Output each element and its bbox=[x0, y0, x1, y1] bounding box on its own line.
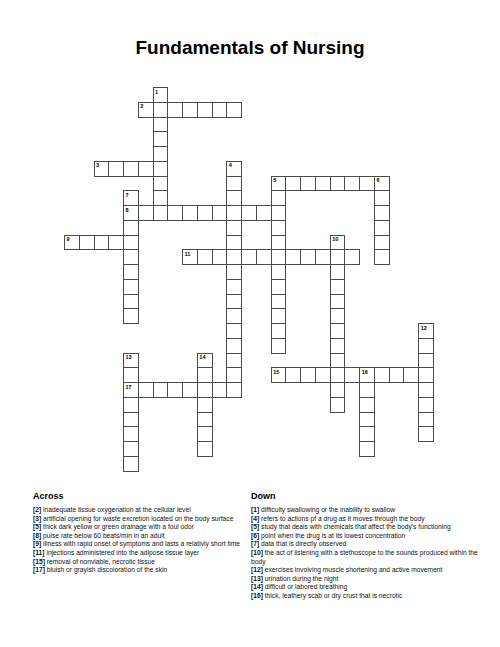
grid-cell-r11c16[interactable] bbox=[300, 249, 316, 265]
grid-cell-r19c9[interactable] bbox=[197, 367, 213, 383]
grid-cell-r13c4[interactable] bbox=[123, 279, 139, 295]
grid-cell-r24c4[interactable] bbox=[123, 441, 139, 457]
grid-cell-r8c11[interactable] bbox=[226, 205, 242, 221]
grid-cell-r11c11[interactable] bbox=[226, 249, 242, 265]
grid-cell-r8c7[interactable] bbox=[167, 205, 183, 221]
grid-cell-r8c8[interactable] bbox=[182, 205, 198, 221]
grid-cell-r15c18[interactable] bbox=[330, 308, 346, 324]
grid-cell-r21c4[interactable] bbox=[123, 397, 139, 413]
grid-cell-r1c10[interactable] bbox=[212, 102, 228, 118]
down-clue-16: [16] thick, leathery scab or dry crust t… bbox=[251, 592, 480, 601]
grid-cell-r22c20[interactable] bbox=[359, 412, 375, 428]
grid-cell-r24c9[interactable] bbox=[197, 441, 213, 457]
grid-cell-r6c17[interactable] bbox=[315, 176, 331, 192]
across-clue-9: [9] illness with rapid onset of symptoms… bbox=[33, 540, 246, 549]
grid-cell-r10c4[interactable] bbox=[123, 235, 139, 251]
grid-cell-r9c21[interactable] bbox=[374, 220, 390, 236]
clue-number-9: 9 bbox=[67, 236, 70, 242]
grid-cell-r18c18[interactable] bbox=[330, 353, 346, 369]
grid-cell-r22c4[interactable] bbox=[123, 412, 139, 428]
grid-cell-r10c14[interactable] bbox=[271, 235, 287, 251]
grid-cell-r6c15[interactable] bbox=[285, 176, 301, 192]
clue-number-13: 13 bbox=[126, 354, 132, 360]
grid-cell-r19c22[interactable] bbox=[389, 367, 405, 383]
grid-cell-r11c17[interactable] bbox=[315, 249, 331, 265]
across-clue-11: [11] injections administered into the ad… bbox=[33, 549, 246, 558]
grid-cell-r11c14[interactable] bbox=[271, 249, 287, 265]
grid-cell-r10c3[interactable] bbox=[108, 235, 124, 251]
down-clue-6: [6] point when the drug is at its lowest… bbox=[251, 532, 480, 541]
grid-cell-r20c8[interactable] bbox=[182, 382, 198, 398]
grid-cell-r14c11[interactable] bbox=[226, 294, 242, 310]
grid-cell-r11c4[interactable] bbox=[123, 249, 139, 265]
grid-cell-r8c21[interactable] bbox=[374, 205, 390, 221]
grid-cell-r8c5[interactable] bbox=[138, 205, 154, 221]
grid-cell-r20c4[interactable]: 17 bbox=[123, 382, 139, 398]
grid-cell-r8c12[interactable] bbox=[241, 205, 257, 221]
across-clue-5: [5] thick dark yellow or green drainage … bbox=[33, 523, 246, 532]
grid-cell-r11c19[interactable] bbox=[344, 249, 360, 265]
down-clue-5: [5] study that deals with chemicals that… bbox=[251, 523, 480, 532]
grid-cell-r20c6[interactable] bbox=[153, 382, 169, 398]
grid-cell-r8c6[interactable] bbox=[153, 205, 169, 221]
grid-cell-r6c11[interactable] bbox=[226, 176, 242, 192]
grid-cell-r11c13[interactable] bbox=[256, 249, 272, 265]
page: Fundamentals of Nursing 1234567891011121… bbox=[0, 0, 500, 647]
down-clue-14: [14] difficult or labored breathing bbox=[251, 583, 480, 592]
across-clue-3: [3] artificial opening for waste excreti… bbox=[33, 515, 246, 524]
grid-cell-r10c11[interactable] bbox=[226, 235, 242, 251]
grid-cell-r0c6[interactable]: 1 bbox=[153, 87, 169, 103]
clue-number-15: 15 bbox=[273, 369, 279, 375]
grid-cell-r11c10[interactable] bbox=[212, 249, 228, 265]
grid-cell-r19c24[interactable] bbox=[418, 367, 434, 383]
grid-cell-r19c20[interactable]: 16 bbox=[359, 367, 375, 383]
grid-cell-r11c15[interactable] bbox=[285, 249, 301, 265]
grid-cell-r6c19[interactable] bbox=[344, 176, 360, 192]
grid-cell-r8c9[interactable] bbox=[197, 205, 213, 221]
grid-cell-r21c18[interactable] bbox=[330, 397, 346, 413]
grid-cell-r3c6[interactable] bbox=[153, 131, 169, 147]
grid-cell-r5c4[interactable] bbox=[123, 161, 139, 177]
grid-cell-r6c20[interactable] bbox=[359, 176, 375, 192]
puzzle-title: Fundamentals of Nursing bbox=[0, 37, 500, 59]
clue-number-4: 4 bbox=[229, 162, 232, 168]
grid-cell-r8c10[interactable] bbox=[212, 205, 228, 221]
grid-cell-r19c15[interactable] bbox=[285, 367, 301, 383]
grid-cell-r25c4[interactable] bbox=[123, 456, 139, 472]
grid-cell-r23c20[interactable] bbox=[359, 426, 375, 442]
grid-cell-r7c4[interactable]: 7 bbox=[123, 190, 139, 206]
grid-cell-r17c11[interactable] bbox=[226, 338, 242, 354]
across-clue-15: [15] removal of nonviable, necrotic tiss… bbox=[33, 558, 246, 567]
grid-cell-r21c24[interactable] bbox=[418, 397, 434, 413]
grid-cell-r13c18[interactable] bbox=[330, 279, 346, 295]
grid-cell-r11c18[interactable] bbox=[330, 249, 346, 265]
grid-cell-r19c4[interactable] bbox=[123, 367, 139, 383]
grid-cell-r6c18[interactable] bbox=[330, 176, 346, 192]
grid-cell-r10c21[interactable] bbox=[374, 235, 390, 251]
clue-number-14: 14 bbox=[199, 354, 205, 360]
clue-number-3: 3 bbox=[96, 162, 99, 168]
grid-cell-r5c2[interactable]: 3 bbox=[94, 161, 110, 177]
grid-cell-r9c11[interactable] bbox=[226, 220, 242, 236]
grid-cell-r4c6[interactable] bbox=[153, 146, 169, 162]
clue-number-16: 16 bbox=[362, 369, 368, 375]
grid-cell-r16c14[interactable] bbox=[271, 323, 287, 339]
grid-cell-r1c6[interactable] bbox=[153, 102, 169, 118]
grid-cell-r18c24[interactable] bbox=[418, 353, 434, 369]
clue-number-8: 8 bbox=[126, 207, 129, 213]
grid-cell-r1c9[interactable] bbox=[197, 102, 213, 118]
grid-cell-r17c14[interactable] bbox=[271, 338, 287, 354]
grid-cell-r20c10[interactable] bbox=[212, 382, 228, 398]
grid-cell-r21c9[interactable] bbox=[197, 397, 213, 413]
grid-cell-r12c18[interactable] bbox=[330, 264, 346, 280]
grid-cell-r19c18[interactable] bbox=[330, 367, 346, 383]
grid-cell-r20c9[interactable] bbox=[197, 382, 213, 398]
grid-cell-r18c4[interactable]: 13 bbox=[123, 353, 139, 369]
grid-cell-r6c14[interactable]: 5 bbox=[271, 176, 287, 192]
grid-cell-r20c24[interactable] bbox=[418, 382, 434, 398]
grid-cell-r23c4[interactable] bbox=[123, 426, 139, 442]
grid-cell-r11c8[interactable]: 11 bbox=[182, 249, 198, 265]
grid-cell-r12c14[interactable] bbox=[271, 264, 287, 280]
grid-cell-r20c7[interactable] bbox=[167, 382, 183, 398]
grid-cell-r16c24[interactable]: 12 bbox=[418, 323, 434, 339]
grid-cell-r7c11[interactable] bbox=[226, 190, 242, 206]
grid-cell-r10c1[interactable] bbox=[79, 235, 95, 251]
grid-cell-r20c11[interactable] bbox=[226, 382, 242, 398]
down-clues-column: Down [1] difficulty swallowing or the in… bbox=[251, 491, 480, 601]
grid-cell-r10c2[interactable] bbox=[94, 235, 110, 251]
grid-cell-r18c9[interactable]: 14 bbox=[197, 353, 213, 369]
clue-number-5: 5 bbox=[273, 177, 276, 183]
grid-cell-r9c14[interactable] bbox=[271, 220, 287, 236]
grid-cell-r1c8[interactable] bbox=[182, 102, 198, 118]
grid-cell-r2c6[interactable] bbox=[153, 117, 169, 133]
grid-cell-r11c21[interactable] bbox=[374, 249, 390, 265]
grid-cell-r19c23[interactable] bbox=[403, 367, 419, 383]
grid-cell-r24c20[interactable] bbox=[359, 441, 375, 457]
grid-cell-r12c11[interactable] bbox=[226, 264, 242, 280]
down-clue-7: [7] data that is directly observed bbox=[251, 540, 480, 549]
grid-cell-r16c11[interactable] bbox=[226, 323, 242, 339]
clue-number-17: 17 bbox=[126, 384, 132, 390]
grid-cell-r15c4[interactable] bbox=[123, 308, 139, 324]
grid-cell-r8c4[interactable]: 8 bbox=[123, 205, 139, 221]
clue-number-1: 1 bbox=[155, 89, 158, 95]
clue-number-6: 6 bbox=[376, 177, 379, 183]
grid-cell-r22c24[interactable] bbox=[418, 412, 434, 428]
grid-cell-r10c0[interactable]: 9 bbox=[64, 235, 80, 251]
down-clue-4: [4] refers to actions pf a drug as it mo… bbox=[251, 515, 480, 524]
grid-cell-r8c13[interactable] bbox=[256, 205, 272, 221]
grid-cell-r13c14[interactable] bbox=[271, 279, 287, 295]
clue-number-10: 10 bbox=[332, 236, 338, 242]
grid-cell-r20c20[interactable] bbox=[359, 382, 375, 398]
across-clues-column: Across [2] inadequate tissue oxygenation… bbox=[33, 491, 246, 575]
grid-cell-r19c21[interactable] bbox=[374, 367, 390, 383]
down-clues: [1] difficulty swallowing or the inabili… bbox=[251, 506, 480, 601]
across-clue-17: [17] bluish or grayish discoloration of … bbox=[33, 566, 246, 575]
grid-cell-r14c14[interactable] bbox=[271, 294, 287, 310]
across-clues: [2] inadequate tissue oxygenation at the… bbox=[33, 506, 246, 575]
across-clue-8: [8] pulse rate below 60 beats/min in an … bbox=[33, 532, 246, 541]
down-header: Down bbox=[251, 491, 480, 501]
grid-cell-r19c11[interactable] bbox=[226, 367, 242, 383]
grid-cell-r19c14[interactable]: 15 bbox=[271, 367, 287, 383]
across-header: Across bbox=[33, 491, 246, 501]
grid-cell-r22c9[interactable] bbox=[197, 412, 213, 428]
grid-cell-r13c11[interactable] bbox=[226, 279, 242, 295]
grid-cell-r18c11[interactable] bbox=[226, 353, 242, 369]
grid-cell-r20c5[interactable] bbox=[138, 382, 154, 398]
grid-cell-r11c12[interactable] bbox=[241, 249, 257, 265]
grid-cell-r19c17[interactable] bbox=[315, 367, 331, 383]
grid-cell-r6c21[interactable]: 6 bbox=[374, 176, 390, 192]
grid-cell-r12c4[interactable] bbox=[123, 264, 139, 280]
grid-cell-r17c18[interactable] bbox=[330, 338, 346, 354]
grid-cell-r11c9[interactable] bbox=[197, 249, 213, 265]
grid-cell-r6c6[interactable] bbox=[153, 176, 169, 192]
grid-cell-r15c11[interactable] bbox=[226, 308, 242, 324]
clue-number-12: 12 bbox=[421, 325, 427, 331]
grid-cell-r6c16[interactable] bbox=[300, 176, 316, 192]
down-clue-1: [1] difficulty swallowing or the inabili… bbox=[251, 506, 480, 515]
clue-number-7: 7 bbox=[126, 192, 129, 198]
grid-cell-r19c19[interactable] bbox=[344, 367, 360, 383]
grid-cell-r16c18[interactable] bbox=[330, 323, 346, 339]
down-clue-12: [12] exercises involving muscle shorteni… bbox=[251, 566, 480, 575]
grid-cell-r1c7[interactable] bbox=[167, 102, 183, 118]
clue-number-2: 2 bbox=[140, 103, 143, 109]
grid-cell-r19c16[interactable] bbox=[300, 367, 316, 383]
grid-cell-r14c18[interactable] bbox=[330, 294, 346, 310]
grid-cell-r1c11[interactable] bbox=[226, 102, 242, 118]
grid-cell-r5c11[interactable]: 4 bbox=[226, 161, 242, 177]
grid-cell-r7c14[interactable] bbox=[271, 190, 287, 206]
clue-number-11: 11 bbox=[185, 251, 191, 257]
grid-cell-r8c14[interactable] bbox=[271, 205, 287, 221]
grid-cell-r17c24[interactable] bbox=[418, 338, 434, 354]
down-clue-13: [13] urination during the night bbox=[251, 575, 480, 584]
grid-cell-r5c3[interactable] bbox=[108, 161, 124, 177]
grid-cell-r21c20[interactable] bbox=[359, 397, 375, 413]
grid-cell-r14c4[interactable] bbox=[123, 294, 139, 310]
grid-cell-r7c21[interactable] bbox=[374, 190, 390, 206]
grid-cell-r9c4[interactable] bbox=[123, 220, 139, 236]
crossword-grid: 1234567891011121314151617 bbox=[64, 87, 433, 471]
grid-cell-r15c14[interactable] bbox=[271, 308, 287, 324]
grid-cell-r10c18[interactable]: 10 bbox=[330, 235, 346, 251]
grid-cell-r1c5[interactable]: 2 bbox=[138, 102, 154, 118]
grid-cell-r23c24[interactable] bbox=[418, 426, 434, 442]
grid-cell-r7c6[interactable] bbox=[153, 190, 169, 206]
grid-cell-r5c6[interactable] bbox=[153, 161, 169, 177]
down-clue-10: [10] the act of listening with a stethos… bbox=[251, 549, 480, 566]
across-clue-2: [2] inadequate tissue oxygenation at the… bbox=[33, 506, 246, 515]
grid-cell-r20c18[interactable] bbox=[330, 382, 346, 398]
grid-cell-r23c9[interactable] bbox=[197, 426, 213, 442]
grid-cell-r5c5[interactable] bbox=[138, 161, 154, 177]
